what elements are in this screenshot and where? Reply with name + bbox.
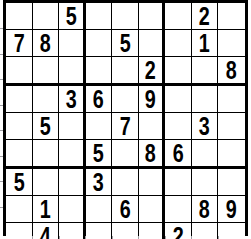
given-digit: 5 — [40, 113, 51, 139]
cell-r5c6[interactable] — [139, 113, 166, 140]
cell-r3c6[interactable]: 2 — [139, 57, 166, 86]
cell-r4c1[interactable] — [6, 86, 33, 113]
cell-r6c3[interactable] — [59, 140, 86, 169]
given-digit: 1 — [199, 30, 210, 56]
cell-r7c6[interactable] — [139, 169, 166, 196]
cell-r8c3[interactable] — [59, 196, 86, 223]
cell-r8c7[interactable] — [165, 196, 192, 223]
cell-r5c1[interactable] — [6, 113, 33, 140]
cell-r1c3[interactable]: 5 — [59, 3, 86, 30]
grid-tick-bottom — [85, 236, 86, 239]
cell-r4c7[interactable] — [165, 86, 192, 113]
given-digit: 8 — [40, 30, 51, 56]
cell-r9c9[interactable] — [218, 223, 245, 239]
grid-tick-bottom — [59, 236, 60, 239]
grid-tick-left — [0, 28, 3, 29]
cell-r9c4[interactable] — [86, 223, 113, 239]
cell-r4c2[interactable] — [33, 86, 60, 113]
cell-r8c9[interactable]: 9 — [218, 196, 245, 223]
given-digit: 3 — [93, 169, 104, 195]
cell-r3c7[interactable] — [165, 57, 192, 86]
cell-r2c5[interactable]: 5 — [112, 30, 139, 57]
cell-r9c7[interactable]: 2 — [165, 223, 192, 239]
cell-r9c5[interactable] — [112, 223, 139, 239]
given-digit: 2 — [145, 57, 156, 83]
sudoku-puzzle: 5278512836957358653168942 — [0, 0, 251, 239]
given-digit: 9 — [226, 196, 237, 222]
cell-r4c4[interactable]: 6 — [86, 86, 113, 113]
cell-r5c7[interactable] — [165, 113, 192, 140]
grid-tick-bottom — [138, 236, 139, 239]
grid-tick-left — [0, 181, 3, 182]
cell-r6c5[interactable] — [112, 140, 139, 169]
cell-r7c5[interactable] — [112, 169, 139, 196]
cell-r5c5[interactable]: 7 — [112, 113, 139, 140]
cell-r8c2[interactable]: 1 — [33, 196, 60, 223]
cell-r9c6[interactable] — [139, 223, 166, 239]
given-digit: 8 — [145, 140, 156, 166]
cell-r6c1[interactable] — [6, 140, 33, 169]
cell-r1c1[interactable] — [6, 3, 33, 30]
cell-r8c1[interactable] — [6, 196, 33, 223]
cell-r2c4[interactable] — [86, 30, 113, 57]
cell-r3c9[interactable]: 8 — [218, 57, 245, 86]
cell-r7c4[interactable]: 3 — [86, 169, 113, 196]
given-digit: 1 — [40, 196, 51, 222]
grid-tick-left — [0, 130, 3, 131]
cell-r2c2[interactable]: 8 — [33, 30, 60, 57]
given-digit: 5 — [93, 140, 104, 166]
cell-r9c8[interactable] — [192, 223, 219, 239]
cell-r5c4[interactable] — [86, 113, 113, 140]
grid-tick-left — [0, 156, 3, 157]
sudoku-grid: 5278512836957358653168942 — [3, 0, 248, 236]
cell-r1c6[interactable] — [139, 3, 166, 30]
given-digit: 4 — [40, 223, 51, 239]
given-digit: 5 — [119, 30, 130, 56]
given-digit: 6 — [93, 86, 104, 112]
cell-r2c6[interactable] — [139, 30, 166, 57]
cell-r6c6[interactable]: 8 — [139, 140, 166, 169]
cell-r1c5[interactable] — [112, 3, 139, 30]
given-digit: 2 — [173, 223, 184, 239]
cell-r5c2[interactable]: 5 — [33, 113, 60, 140]
cell-r6c8[interactable] — [192, 140, 219, 169]
cell-r6c7[interactable]: 6 — [165, 140, 192, 169]
given-digit: 6 — [173, 140, 184, 166]
cell-r8c8[interactable]: 8 — [192, 196, 219, 223]
given-digit: 6 — [119, 196, 130, 222]
cell-r9c3[interactable] — [59, 223, 86, 239]
cell-r1c4[interactable] — [86, 3, 113, 30]
cell-r8c6[interactable] — [139, 196, 166, 223]
cell-r3c4[interactable] — [86, 57, 113, 86]
cell-r4c8[interactable] — [192, 86, 219, 113]
cell-r6c2[interactable] — [33, 140, 60, 169]
cell-r7c3[interactable] — [59, 169, 86, 196]
grid-tick-bottom — [32, 236, 33, 239]
given-digit: 7 — [13, 30, 24, 56]
cell-r3c1[interactable] — [6, 57, 33, 86]
cell-r9c1[interactable] — [6, 223, 33, 239]
given-digit: 8 — [199, 196, 210, 222]
cell-r2c7[interactable] — [165, 30, 192, 57]
cell-r7c2[interactable] — [33, 169, 60, 196]
cell-r5c3[interactable] — [59, 113, 86, 140]
given-digit: 3 — [65, 86, 76, 112]
given-digit: 5 — [65, 3, 76, 29]
given-digit: 5 — [13, 169, 24, 195]
cell-r7c9[interactable] — [218, 169, 245, 196]
given-digit: 7 — [119, 113, 130, 139]
cell-r7c1[interactable]: 5 — [6, 169, 33, 196]
cell-r1c2[interactable] — [33, 3, 60, 30]
grid-tick-left — [0, 54, 3, 55]
cell-r6c9[interactable] — [218, 140, 245, 169]
cell-r7c7[interactable] — [165, 169, 192, 196]
cell-r3c3[interactable] — [59, 57, 86, 86]
cell-r5c8[interactable]: 3 — [192, 113, 219, 140]
grid-tick-left — [0, 207, 3, 208]
cell-r4c5[interactable] — [112, 86, 139, 113]
cell-r2c8[interactable]: 1 — [192, 30, 219, 57]
grid-tick-bottom — [112, 236, 113, 239]
grid-tick-bottom — [191, 236, 192, 239]
cell-r4c9[interactable] — [218, 86, 245, 113]
cell-r1c8[interactable]: 2 — [192, 3, 219, 30]
cell-r2c9[interactable] — [218, 30, 245, 57]
cell-r2c3[interactable] — [59, 30, 86, 57]
cell-r6c4[interactable]: 5 — [86, 140, 113, 169]
given-digit: 8 — [226, 57, 237, 83]
cell-r1c9[interactable] — [218, 3, 245, 30]
cell-r3c8[interactable] — [192, 57, 219, 86]
cell-r5c9[interactable] — [218, 113, 245, 140]
cell-r9c2[interactable]: 4 — [33, 223, 60, 239]
given-digit: 2 — [199, 3, 210, 29]
cell-r3c5[interactable] — [112, 57, 139, 86]
cell-r1c7[interactable] — [165, 3, 192, 30]
cell-r2c1[interactable]: 7 — [6, 30, 33, 57]
cell-r8c5[interactable]: 6 — [112, 196, 139, 223]
cell-r8c4[interactable] — [86, 196, 113, 223]
cell-r4c3[interactable]: 3 — [59, 86, 86, 113]
cell-r3c2[interactable] — [33, 57, 60, 86]
grid-tick-left — [0, 79, 3, 80]
grid-tick-left — [0, 105, 3, 106]
given-digit: 9 — [145, 86, 156, 112]
cell-r7c8[interactable] — [192, 169, 219, 196]
grid-tick-bottom — [165, 236, 166, 239]
cell-r4c6[interactable]: 9 — [139, 86, 166, 113]
grid-tick-bottom — [218, 236, 219, 239]
given-digit: 3 — [199, 113, 210, 139]
